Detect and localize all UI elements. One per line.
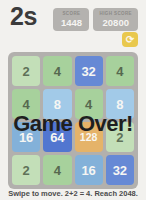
footer-hint: Swipe to move. 2+2 = 4. Reach 2048. [0,189,146,198]
restart-button[interactable]: ⟳ [122,32,138,47]
high-score-value: 20800 [99,17,132,28]
tile-8: 8 [43,89,71,119]
tile-128: 128 [75,122,103,152]
tile-16: 16 [75,155,103,185]
score-value: 1448 [59,17,83,28]
tile-4: 4 [43,56,71,86]
tile-4: 4 [43,155,71,185]
tile-2: 2 [12,155,40,185]
tile-32: 32 [75,56,103,86]
tile-4: 4 [12,89,40,119]
score-panel: SCORE 1448 HIGH SCORE 20800 [53,8,138,31]
board[interactable]: 24324484816641282241632 [8,52,138,189]
tile-8: 8 [106,89,134,119]
tile-64: 64 [43,122,71,152]
tile-32: 32 [106,155,134,185]
tile-2: 2 [106,122,134,152]
score-box: SCORE 1448 [53,8,89,31]
tile-2: 2 [12,56,40,86]
tile-16: 16 [12,122,40,152]
refresh-icon: ⟳ [126,35,134,45]
app-screen: 2s SCORE 1448 HIGH SCORE 20800 ⟳ 2432448… [0,0,146,200]
tile-4: 4 [106,56,134,86]
app-title: 2s [10,2,37,31]
tile-4: 4 [75,89,103,119]
high-score-box: HIGH SCORE 20800 [93,8,138,31]
